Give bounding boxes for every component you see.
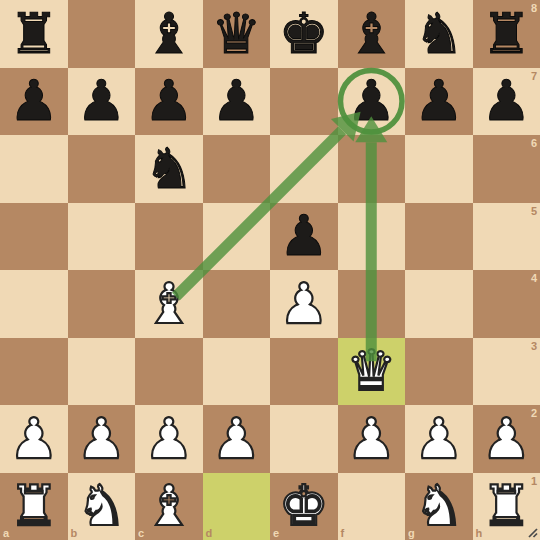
square-b3[interactable] bbox=[68, 338, 136, 406]
square-g4[interactable] bbox=[405, 270, 473, 338]
square-c3[interactable] bbox=[135, 338, 203, 406]
piece-bp-a7[interactable]: ♟ bbox=[0, 68, 68, 136]
square-c8[interactable]: ♝ bbox=[135, 0, 203, 68]
piece-bb-f8[interactable]: ♝ bbox=[338, 0, 406, 68]
coord-label-5: 5 bbox=[531, 205, 537, 217]
square-f6[interactable] bbox=[338, 135, 406, 203]
square-e8[interactable]: ♚ bbox=[270, 0, 338, 68]
square-a3[interactable] bbox=[0, 338, 68, 406]
piece-wb-c4[interactable]: ♝ bbox=[135, 270, 203, 338]
coord-label-3: 3 bbox=[531, 340, 537, 352]
square-b7[interactable]: ♟ bbox=[68, 68, 136, 136]
coord-label-6: 6 bbox=[531, 137, 537, 149]
square-d1[interactable]: d bbox=[203, 473, 271, 540]
piece-wp-c2[interactable]: ♟ bbox=[135, 405, 203, 473]
square-e4[interactable]: ♟ bbox=[270, 270, 338, 338]
square-h5[interactable]: 5 bbox=[473, 203, 540, 271]
piece-br-a8[interactable]: ♜ bbox=[0, 0, 68, 68]
square-b8[interactable] bbox=[68, 0, 136, 68]
piece-wp-e4[interactable]: ♟ bbox=[270, 270, 338, 338]
square-b1[interactable]: ♞b bbox=[68, 473, 136, 540]
square-e3[interactable] bbox=[270, 338, 338, 406]
square-f8[interactable]: ♝ bbox=[338, 0, 406, 68]
square-h2[interactable]: ♟2 bbox=[473, 405, 540, 473]
square-d3[interactable] bbox=[203, 338, 271, 406]
chess-board: ♜♝♛♚♝♞♜8♟♟♟♟♟♟♟7♞6♟5♝♟4♛3♟♟♟♟♟♟♟2♜a♞b♝cd… bbox=[0, 0, 540, 540]
square-f1[interactable]: f bbox=[338, 473, 406, 540]
square-b5[interactable] bbox=[68, 203, 136, 271]
square-f7[interactable]: ♟ bbox=[338, 68, 406, 136]
piece-wp-g2[interactable]: ♟ bbox=[405, 405, 473, 473]
square-d5[interactable] bbox=[203, 203, 271, 271]
square-a2[interactable]: ♟ bbox=[0, 405, 68, 473]
square-a7[interactable]: ♟ bbox=[0, 68, 68, 136]
square-a4[interactable] bbox=[0, 270, 68, 338]
square-g6[interactable] bbox=[405, 135, 473, 203]
square-g2[interactable]: ♟ bbox=[405, 405, 473, 473]
piece-wp-d2[interactable]: ♟ bbox=[203, 405, 271, 473]
piece-wk-e1[interactable]: ♚ bbox=[270, 473, 338, 540]
piece-bp-h7[interactable]: ♟ bbox=[473, 68, 540, 136]
coord-label-4: 4 bbox=[531, 272, 537, 284]
square-f2[interactable]: ♟ bbox=[338, 405, 406, 473]
square-f3[interactable]: ♛ bbox=[338, 338, 406, 406]
square-g5[interactable] bbox=[405, 203, 473, 271]
coord-label-d: d bbox=[206, 527, 213, 539]
piece-bk-e8[interactable]: ♚ bbox=[270, 0, 338, 68]
square-e6[interactable] bbox=[270, 135, 338, 203]
square-h3[interactable]: 3 bbox=[473, 338, 540, 406]
piece-bp-f7[interactable]: ♟ bbox=[338, 68, 406, 136]
piece-bb-c8[interactable]: ♝ bbox=[135, 0, 203, 68]
square-h7[interactable]: ♟7 bbox=[473, 68, 540, 136]
square-a8[interactable]: ♜ bbox=[0, 0, 68, 68]
piece-wq-f3[interactable]: ♛ bbox=[338, 338, 406, 406]
square-a5[interactable] bbox=[0, 203, 68, 271]
square-c5[interactable] bbox=[135, 203, 203, 271]
square-c4[interactable]: ♝ bbox=[135, 270, 203, 338]
square-c7[interactable]: ♟ bbox=[135, 68, 203, 136]
square-g1[interactable]: ♞g bbox=[405, 473, 473, 540]
square-e1[interactable]: ♚e bbox=[270, 473, 338, 540]
piece-wn-g1[interactable]: ♞ bbox=[405, 473, 473, 540]
square-c1[interactable]: ♝c bbox=[135, 473, 203, 540]
piece-wp-f2[interactable]: ♟ bbox=[338, 405, 406, 473]
piece-wb-c1[interactable]: ♝ bbox=[135, 473, 203, 540]
square-b6[interactable] bbox=[68, 135, 136, 203]
piece-bq-d8[interactable]: ♛ bbox=[203, 0, 271, 68]
square-d4[interactable] bbox=[203, 270, 271, 338]
square-e5[interactable]: ♟ bbox=[270, 203, 338, 271]
piece-bp-e5[interactable]: ♟ bbox=[270, 203, 338, 271]
square-f5[interactable] bbox=[338, 203, 406, 271]
square-g8[interactable]: ♞ bbox=[405, 0, 473, 68]
square-d8[interactable]: ♛ bbox=[203, 0, 271, 68]
square-c2[interactable]: ♟ bbox=[135, 405, 203, 473]
square-g3[interactable] bbox=[405, 338, 473, 406]
piece-wn-b1[interactable]: ♞ bbox=[68, 473, 136, 540]
square-h4[interactable]: 4 bbox=[473, 270, 540, 338]
square-d6[interactable] bbox=[203, 135, 271, 203]
piece-bp-d7[interactable]: ♟ bbox=[203, 68, 271, 136]
square-e7[interactable] bbox=[270, 68, 338, 136]
piece-bn-g8[interactable]: ♞ bbox=[405, 0, 473, 68]
square-h8[interactable]: ♜8 bbox=[473, 0, 540, 68]
square-b4[interactable] bbox=[68, 270, 136, 338]
resize-handle-icon[interactable] bbox=[525, 525, 539, 539]
piece-wr-a1[interactable]: ♜ bbox=[0, 473, 68, 540]
piece-wp-h2[interactable]: ♟ bbox=[473, 405, 540, 473]
square-a6[interactable] bbox=[0, 135, 68, 203]
square-h6[interactable]: 6 bbox=[473, 135, 540, 203]
piece-bp-g7[interactable]: ♟ bbox=[405, 68, 473, 136]
piece-br-h8[interactable]: ♜ bbox=[473, 0, 540, 68]
square-c6[interactable]: ♞ bbox=[135, 135, 203, 203]
piece-wp-a2[interactable]: ♟ bbox=[0, 405, 68, 473]
piece-wp-b2[interactable]: ♟ bbox=[68, 405, 136, 473]
square-e2[interactable] bbox=[270, 405, 338, 473]
square-a1[interactable]: ♜a bbox=[0, 473, 68, 540]
piece-bp-c7[interactable]: ♟ bbox=[135, 68, 203, 136]
square-f4[interactable] bbox=[338, 270, 406, 338]
piece-bp-b7[interactable]: ♟ bbox=[68, 68, 136, 136]
square-g7[interactable]: ♟ bbox=[405, 68, 473, 136]
square-d2[interactable]: ♟ bbox=[203, 405, 271, 473]
square-b2[interactable]: ♟ bbox=[68, 405, 136, 473]
square-d7[interactable]: ♟ bbox=[203, 68, 271, 136]
coord-label-f: f bbox=[341, 527, 345, 539]
piece-bn-c6[interactable]: ♞ bbox=[135, 135, 203, 203]
